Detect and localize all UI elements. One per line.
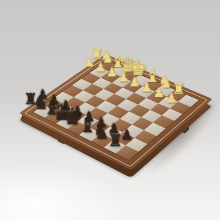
piece-white-pawn-g2: ♟: [153, 86, 165, 99]
chess-board: ♜♞♝♛♚♝♞♜♟♟♟♟♟♟♟♟♟♟♟♟♟♟♟♟♜♞♝♛♚♝♞♜: [19, 54, 213, 170]
piece-black-rook-h8: ♜: [107, 133, 122, 150]
chess-set-photo: ♜♞♝♛♚♝♞♜♟♟♟♟♟♟♟♟♟♟♟♟♟♟♟♟♜♞♝♛♚♝♞♜: [0, 0, 220, 220]
piece-white-pawn-f2: ♟: [141, 81, 153, 94]
piece-white-pawn-b2: ♟: [95, 61, 106, 74]
piece-white-pawn-c2: ♟: [106, 66, 117, 79]
piece-white-pawn-h2: ♟: [165, 91, 177, 104]
piece-black-knight-g8: ♞: [93, 124, 109, 142]
piece-white-pawn-d2: ♟: [118, 70, 129, 83]
board-scene: ♜♞♝♛♚♝♞♜♟♟♟♟♟♟♟♟♟♟♟♟♟♟♟♟♜♞♝♛♚♝♞♜: [0, 0, 220, 220]
piece-white-pawn-e2: ♟: [129, 75, 141, 88]
piece-white-pawn-a2: ♟: [84, 56, 95, 68]
